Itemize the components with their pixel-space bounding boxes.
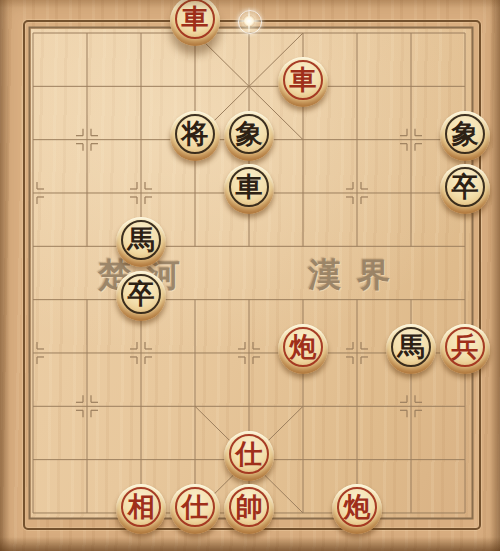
intersection-c7-r7[interactable]: [384, 380, 438, 433]
intersection-c8-r8[interactable]: [438, 433, 492, 486]
intersection-c6-r7[interactable]: [330, 380, 384, 433]
intersection-c0-r3[interactable]: [6, 166, 60, 219]
intersection-c0-r1[interactable]: [6, 60, 60, 113]
piece-red-general[interactable]: 帥: [224, 484, 274, 534]
piece-red-chariot-b[interactable]: 車: [278, 57, 328, 107]
intersection-c4-r2[interactable]: 象: [222, 113, 276, 166]
intersection-c1-r4[interactable]: [60, 220, 114, 273]
piece-glyph: 象: [440, 111, 490, 161]
intersection-c7-r1[interactable]: [384, 60, 438, 113]
piece-glyph: 卒: [440, 164, 490, 214]
intersection-c0-r9[interactable]: [6, 486, 60, 539]
piece-glyph: 帥: [224, 484, 274, 534]
intersection-c1-r3[interactable]: [60, 166, 114, 219]
xiangqi-app: { "game": "xiangqi", "board": { "files":…: [0, 0, 500, 551]
piece-black-soldier-a[interactable]: 卒: [440, 164, 490, 214]
intersection-c3-r8[interactable]: [168, 433, 222, 486]
intersection-c8-r3[interactable]: 卒: [438, 166, 492, 219]
piece-red-advisor-a[interactable]: 仕: [224, 431, 274, 481]
piece-red-cannon-b[interactable]: 炮: [332, 484, 382, 534]
intersection-c8-r9[interactable]: [438, 486, 492, 539]
piece-glyph: 馬: [116, 217, 166, 267]
intersection-c1-r6[interactable]: [60, 326, 114, 379]
intersection-c7-r0[interactable]: [384, 6, 438, 59]
intersection-c0-r8[interactable]: [6, 433, 60, 486]
piece-glyph: 将: [170, 111, 220, 161]
intersection-c1-r0[interactable]: [60, 6, 114, 59]
intersection-c3-r1[interactable]: [168, 60, 222, 113]
intersection-c7-r3[interactable]: [384, 166, 438, 219]
intersection-c5-r8[interactable]: [276, 433, 330, 486]
intersection-c1-r9[interactable]: [60, 486, 114, 539]
intersection-c4-r9[interactable]: 帥: [222, 486, 276, 539]
piece-glyph: 炮: [332, 484, 382, 534]
piece-glyph: 相: [116, 484, 166, 534]
piece-glyph: 馬: [386, 324, 436, 374]
intersection-c2-r9[interactable]: 相: [114, 486, 168, 539]
intersection-c1-r8[interactable]: [60, 433, 114, 486]
piece-red-chariot-a[interactable]: 車: [170, 0, 220, 46]
intersection-c4-r7[interactable]: [222, 380, 276, 433]
intersection-c6-r3[interactable]: [330, 166, 384, 219]
piece-black-elephant-a[interactable]: 象: [224, 111, 274, 161]
intersection-c0-r5[interactable]: [6, 273, 60, 326]
intersection-c5-r7[interactable]: [276, 380, 330, 433]
intersection-c1-r2[interactable]: [60, 113, 114, 166]
intersection-c2-r0[interactable]: [114, 6, 168, 59]
intersection-c6-r4[interactable]: [330, 220, 384, 273]
piece-black-chariot[interactable]: 車: [224, 164, 274, 214]
intersection-c3-r0[interactable]: 車: [168, 6, 222, 59]
piece-glyph: 象: [224, 111, 274, 161]
intersection-c7-r5[interactable]: [384, 273, 438, 326]
intersection-c5-r1[interactable]: 車: [276, 60, 330, 113]
xiangqi-board: 楚河 漢界 車車将象象車卒馬卒炮馬兵仕相仕帥炮: [0, 0, 500, 551]
piece-glyph: 車: [170, 0, 220, 46]
intersection-c4-r3[interactable]: 車: [222, 166, 276, 219]
intersection-c2-r6[interactable]: [114, 326, 168, 379]
intersection-c0-r6[interactable]: [6, 326, 60, 379]
piece-black-general[interactable]: 将: [170, 111, 220, 161]
piece-glyph: 車: [224, 164, 274, 214]
intersection-c7-r9[interactable]: [384, 486, 438, 539]
intersection-c3-r7[interactable]: [168, 380, 222, 433]
piece-red-soldier[interactable]: 兵: [440, 324, 490, 374]
intersection-c6-r6[interactable]: [330, 326, 384, 379]
intersection-c2-r2[interactable]: [114, 113, 168, 166]
intersection-c2-r8[interactable]: [114, 433, 168, 486]
intersection-c1-r1[interactable]: [60, 60, 114, 113]
intersection-c8-r7[interactable]: [438, 380, 492, 433]
intersection-c2-r5[interactable]: 卒: [114, 273, 168, 326]
intersection-c3-r3[interactable]: [168, 166, 222, 219]
intersection-c2-r3[interactable]: [114, 166, 168, 219]
intersection-c8-r1[interactable]: [438, 60, 492, 113]
intersection-c0-r2[interactable]: [6, 113, 60, 166]
intersection-c1-r7[interactable]: [60, 380, 114, 433]
intersection-c8-r2[interactable]: 象: [438, 113, 492, 166]
intersection-c4-r8[interactable]: 仕: [222, 433, 276, 486]
piece-glyph: 仕: [170, 484, 220, 534]
intersection-c6-r1[interactable]: [330, 60, 384, 113]
intersection-c3-r9[interactable]: 仕: [168, 486, 222, 539]
intersection-c4-r0[interactable]: [222, 6, 276, 59]
piece-black-horse-a[interactable]: 馬: [116, 217, 166, 267]
intersection-c7-r6[interactable]: 馬: [384, 326, 438, 379]
intersection-c4-r6[interactable]: [222, 326, 276, 379]
intersection-c0-r4[interactable]: [6, 220, 60, 273]
intersection-c7-r8[interactable]: [384, 433, 438, 486]
intersection-c6-r5[interactable]: [330, 273, 384, 326]
piece-black-elephant-b[interactable]: 象: [440, 111, 490, 161]
piece-red-advisor-b[interactable]: 仕: [170, 484, 220, 534]
piece-glyph: 卒: [116, 271, 166, 321]
intersection-c8-r4[interactable]: [438, 220, 492, 273]
intersection-c6-r0[interactable]: [330, 6, 384, 59]
piece-red-cannon-a[interactable]: 炮: [278, 324, 328, 374]
intersection-c7-r4[interactable]: [384, 220, 438, 273]
intersection-c5-r6[interactable]: 炮: [276, 326, 330, 379]
intersection-c5-r4[interactable]: [276, 220, 330, 273]
piece-glyph: 炮: [278, 324, 328, 374]
piece-glyph: 兵: [440, 324, 490, 374]
intersection-c4-r5[interactable]: [222, 273, 276, 326]
intersection-c3-r2[interactable]: 将: [168, 113, 222, 166]
intersection-grid: 車車将象象車卒馬卒炮馬兵仕相仕帥炮: [6, 6, 492, 539]
intersection-c5-r9[interactable]: [276, 486, 330, 539]
piece-glyph: 仕: [224, 431, 274, 481]
intersection-c6-r9[interactable]: 炮: [330, 486, 384, 539]
intersection-c3-r6[interactable]: [168, 326, 222, 379]
intersection-c2-r7[interactable]: [114, 380, 168, 433]
intersection-c3-r5[interactable]: [168, 273, 222, 326]
intersection-c0-r7[interactable]: [6, 380, 60, 433]
piece-black-horse-b[interactable]: 馬: [386, 324, 436, 374]
intersection-c2-r1[interactable]: [114, 60, 168, 113]
intersection-c5-r3[interactable]: [276, 166, 330, 219]
intersection-c2-r4[interactable]: 馬: [114, 220, 168, 273]
intersection-c5-r5[interactable]: [276, 273, 330, 326]
intersection-c8-r5[interactable]: [438, 273, 492, 326]
intersection-c6-r2[interactable]: [330, 113, 384, 166]
intersection-c8-r0[interactable]: [438, 6, 492, 59]
intersection-c5-r0[interactable]: [276, 6, 330, 59]
piece-black-soldier-b[interactable]: 卒: [116, 271, 166, 321]
intersection-c6-r8[interactable]: [330, 433, 384, 486]
intersection-c7-r2[interactable]: [384, 113, 438, 166]
intersection-c1-r5[interactable]: [60, 273, 114, 326]
intersection-c3-r4[interactable]: [168, 220, 222, 273]
piece-red-elephant[interactable]: 相: [116, 484, 166, 534]
intersection-c0-r0[interactable]: [6, 6, 60, 59]
intersection-c8-r6[interactable]: 兵: [438, 326, 492, 379]
intersection-c4-r1[interactable]: [222, 60, 276, 113]
piece-glyph: 車: [278, 57, 328, 107]
intersection-c4-r4[interactable]: [222, 220, 276, 273]
intersection-c5-r2[interactable]: [276, 113, 330, 166]
